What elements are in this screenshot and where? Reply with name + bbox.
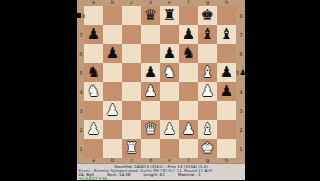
square-g7[interactable]: ♝ [198, 25, 217, 44]
black-king-g8[interactable]: ♚ [201, 6, 214, 25]
square-a2[interactable]: ♟ [84, 120, 103, 139]
square-a5[interactable]: ♞ [84, 63, 103, 82]
square-h7[interactable]: ♝ [217, 25, 236, 44]
square-d3[interactable] [141, 101, 160, 120]
rank-label-right-8: 8 [236, 6, 246, 25]
square-c8[interactable] [122, 6, 141, 25]
square-f2[interactable]: ♟ [179, 120, 198, 139]
board: ♛♜♚♟♟♝♝♟♟♞♞♟♞♝♟♞♟♟♟♟♟♛♟♟♝♜♚ [84, 6, 236, 158]
rank-labels-right: 8765♟4321 [236, 6, 245, 158]
black-knight-f6[interactable]: ♞ [182, 44, 195, 63]
white-pawn-a2[interactable]: ♟ [87, 120, 100, 139]
square-f3[interactable] [179, 101, 198, 120]
rank-label-left-8: 8 [77, 6, 85, 25]
square-a4[interactable]: ♞ [84, 82, 103, 101]
square-h6[interactable] [217, 44, 236, 63]
square-a7[interactable]: ♟ [84, 25, 103, 44]
square-b3[interactable]: ♟ [103, 101, 122, 120]
square-b6[interactable]: ♟ [103, 44, 122, 63]
white-pawn-b3[interactable]: ♟ [106, 101, 119, 120]
square-c6[interactable] [122, 44, 141, 63]
white-pawn-d4[interactable]: ♟ [144, 82, 157, 101]
rank-label-left-7: 7 [77, 25, 85, 44]
square-h3[interactable] [217, 101, 236, 120]
side-to-move-marker [77, 13, 81, 18]
square-f7[interactable]: ♟ [179, 25, 198, 44]
square-g3[interactable] [198, 101, 217, 120]
square-c5[interactable] [122, 63, 141, 82]
white-bishop-g5[interactable]: ♝ [201, 63, 214, 82]
square-b8[interactable] [103, 6, 122, 25]
rank-label-left-4: 4 [77, 82, 85, 101]
square-g1[interactable]: ♚ [198, 139, 217, 158]
next-info: Next: 14:38 [107, 173, 130, 177]
square-f8[interactable] [179, 6, 198, 25]
square-b4[interactable] [103, 82, 122, 101]
rank-label-right-5: 5♟ [236, 63, 246, 82]
square-c1[interactable]: ♜ [122, 139, 141, 158]
rank-label-left-5: 5 [77, 63, 85, 82]
black-knight-a5[interactable]: ♞ [87, 63, 100, 82]
black-queen-d8[interactable]: ♛ [144, 6, 157, 25]
black-bishop-h7[interactable]: ♝ [220, 25, 233, 44]
square-e2[interactable]: ♟ [160, 120, 179, 139]
square-g8[interactable]: ♚ [198, 6, 217, 25]
square-h4[interactable]: ♟ [217, 82, 236, 101]
square-c2[interactable] [122, 120, 141, 139]
white-king-g1[interactable]: ♚ [201, 139, 214, 158]
square-b1[interactable] [103, 139, 122, 158]
rank-label-left-2: 2 [77, 120, 85, 139]
rank-label-right-1: 1 [236, 139, 246, 158]
black-bishop-g7[interactable]: ♝ [201, 25, 214, 44]
square-e8[interactable]: ♜ [160, 6, 179, 25]
black-pawn-h4[interactable]: ♟ [220, 82, 233, 101]
rank-label-right-2: 2 [236, 120, 246, 139]
rank-label-right-3: 3 [236, 101, 246, 120]
rank-label-right-6: 6 [236, 44, 246, 63]
square-e4[interactable] [160, 82, 179, 101]
black-rook-e8[interactable]: ♜ [163, 6, 176, 25]
square-e6[interactable]: ♟ [160, 44, 179, 63]
rank-label-right-4: 4 [236, 82, 246, 101]
engine-eval: +1.53/27 0.66 [77, 177, 245, 181]
square-h5[interactable]: ♟ [217, 63, 236, 82]
rank-labels-left: 87654321 [77, 6, 84, 158]
square-g5[interactable]: ♝ [198, 63, 217, 82]
black-pawn-e6[interactable]: ♟ [163, 44, 176, 63]
white-pawn-g4[interactable]: ♟ [201, 82, 214, 101]
square-f1[interactable] [179, 139, 198, 158]
rank-label-left-3: 3 [77, 101, 85, 120]
rank-label-left-1: 1 [77, 139, 85, 158]
rank-label-right-7: 7 [236, 25, 246, 44]
square-e7[interactable] [160, 25, 179, 44]
square-f6[interactable]: ♞ [179, 44, 198, 63]
square-d2[interactable]: ♛ [141, 120, 160, 139]
white-knight-e5[interactable]: ♞ [163, 63, 176, 82]
square-e3[interactable] [160, 101, 179, 120]
material-balance: Material: -1 [178, 173, 201, 177]
white-pawn-f2[interactable]: ♟ [182, 120, 195, 139]
white-rook-c1[interactable]: ♜ [125, 139, 138, 158]
square-g2[interactable]: ♝ [198, 120, 217, 139]
white-queen-d2[interactable]: ♛ [144, 120, 157, 139]
square-e1[interactable] [160, 139, 179, 158]
square-h2[interactable] [217, 120, 236, 139]
square-d5[interactable]: ♟ [141, 63, 160, 82]
rank-label-left-6: 6 [77, 44, 85, 63]
captured-pawn-marker-icon: ♟ [239, 69, 246, 77]
white-pawn-e2[interactable]: ♟ [163, 120, 176, 139]
square-a6[interactable] [84, 44, 103, 63]
black-pawn-f7[interactable]: ♟ [182, 25, 195, 44]
square-d4[interactable]: ♟ [141, 82, 160, 101]
square-g6[interactable] [198, 44, 217, 63]
square-h1[interactable] [217, 139, 236, 158]
white-bishop-g2[interactable]: ♝ [201, 120, 214, 139]
white-knight-a4[interactable]: ♞ [87, 82, 100, 101]
caption-strip: Stockfish 140613 (3161) - Fritz 13 (3134… [77, 163, 245, 180]
square-g4[interactable]: ♟ [198, 82, 217, 101]
square-c3[interactable] [122, 101, 141, 120]
square-d8[interactable]: ♛ [141, 6, 160, 25]
square-d6[interactable] [141, 44, 160, 63]
square-f5[interactable] [179, 63, 198, 82]
square-c7[interactable] [122, 25, 141, 44]
square-a8[interactable] [84, 6, 103, 25]
black-pawn-b6[interactable]: ♟ [106, 44, 119, 63]
square-d1[interactable] [141, 139, 160, 158]
square-a1[interactable] [84, 139, 103, 158]
square-a3[interactable] [84, 101, 103, 120]
black-pawn-h5[interactable]: ♟ [220, 63, 233, 82]
square-e5[interactable]: ♞ [160, 63, 179, 82]
square-b2[interactable] [103, 120, 122, 139]
black-pawn-d5[interactable]: ♟ [144, 63, 157, 82]
square-c4[interactable] [122, 82, 141, 101]
black-pawn-a7[interactable]: ♟ [87, 25, 100, 44]
square-h8[interactable] [217, 6, 236, 25]
board-frame: abcdefgh 87654321 ♛♜♚♟♟♝♝♟♟♞♞♟♞♝♟♞♟♟♟♟♟♛… [77, 0, 245, 163]
square-b7[interactable] [103, 25, 122, 44]
square-d7[interactable] [141, 25, 160, 44]
square-b5[interactable] [103, 63, 122, 82]
video-frame: abcdefgh 87654321 ♛♜♚♟♟♝♝♟♟♞♞♟♞♝♟♞♟♟♟♟♟♛… [77, 0, 245, 180]
square-f4[interactable] [179, 82, 198, 101]
game-length: Length: 61 [143, 173, 165, 177]
